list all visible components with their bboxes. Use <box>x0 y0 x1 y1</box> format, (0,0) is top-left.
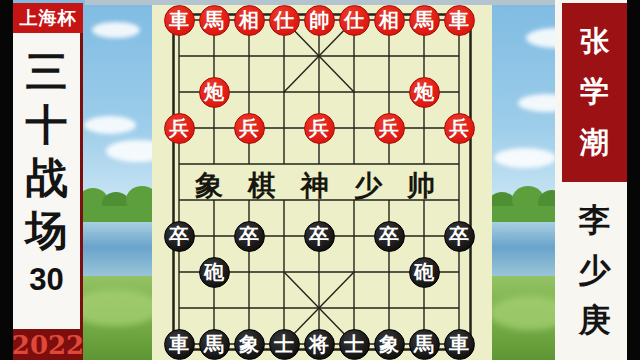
piece-red-r0c8[interactable]: 車 <box>444 5 475 36</box>
piece-black-r9c5[interactable]: 士 <box>339 329 370 360</box>
episode-number: 30 <box>29 263 63 297</box>
piece-red-r2c1[interactable]: 炮 <box>199 77 230 108</box>
left-black-strip <box>0 0 13 360</box>
right-panel: 张学潮 李少庚 <box>555 0 627 360</box>
piece-black-r9c0[interactable]: 車 <box>164 329 195 360</box>
name-char: 潮 <box>580 123 609 163</box>
piece-black-r7c1[interactable]: 砲 <box>199 257 230 288</box>
piece-black-r9c8[interactable]: 車 <box>444 329 475 360</box>
title-char: 三 <box>26 45 68 98</box>
name-char: 少 <box>579 249 611 293</box>
piece-black-r6c8[interactable]: 卒 <box>444 221 475 252</box>
cloud-shape <box>84 116 136 134</box>
piece-red-r0c3[interactable]: 仕 <box>269 5 300 36</box>
piece-black-r9c1[interactable]: 馬 <box>199 329 230 360</box>
piece-red-r0c6[interactable]: 相 <box>374 5 405 36</box>
piece-black-r9c2[interactable]: 象 <box>234 329 265 360</box>
piece-red-r0c1[interactable]: 馬 <box>199 5 230 36</box>
piece-black-r6c4[interactable]: 卒 <box>304 221 335 252</box>
piece-red-r0c7[interactable]: 馬 <box>409 5 440 36</box>
cloud-shape <box>494 148 556 168</box>
piece-red-r3c4[interactable]: 兵 <box>304 113 335 144</box>
piece-red-r0c0[interactable]: 車 <box>164 5 195 36</box>
piece-red-r2c7[interactable]: 炮 <box>409 77 440 108</box>
piece-red-r3c6[interactable]: 兵 <box>374 113 405 144</box>
name-char: 学 <box>580 72 609 112</box>
river-char: 神 <box>301 168 329 204</box>
river-char: 少 <box>354 168 382 204</box>
xiangqi-board[interactable]: 象棋神少帅 車馬相仕帥仕相馬車炮炮兵兵兵兵兵卒卒卒卒卒砲砲車馬象士将士象馬車 <box>152 5 492 360</box>
tournament-title: 三十战场 <box>26 45 68 257</box>
name-char: 张 <box>580 22 609 62</box>
title-char: 十 <box>26 98 68 151</box>
piece-black-r6c0[interactable]: 卒 <box>164 221 195 252</box>
left-panel: 上海杯 三十战场 30 2022 <box>13 0 83 360</box>
year-band: 2022 <box>13 329 83 360</box>
cloud-shape <box>92 22 140 38</box>
grass-highlight <box>70 290 160 326</box>
piece-black-r7c7[interactable]: 砲 <box>409 257 440 288</box>
piece-red-r3c8[interactable]: 兵 <box>444 113 475 144</box>
piece-red-r3c0[interactable]: 兵 <box>164 113 195 144</box>
tournament-title-panel: 三十战场 30 <box>13 33 83 329</box>
right-black-strip <box>627 0 640 360</box>
name-char: 庚 <box>579 299 611 343</box>
river-char: 帅 <box>407 168 435 204</box>
black-player-name: 李少庚 <box>562 182 627 360</box>
piece-black-r9c6[interactable]: 象 <box>374 329 405 360</box>
piece-red-r0c2[interactable]: 相 <box>234 5 265 36</box>
piece-black-r6c2[interactable]: 卒 <box>234 221 265 252</box>
piece-red-r0c5[interactable]: 仕 <box>339 5 370 36</box>
title-char: 场 <box>26 204 68 257</box>
river-char: 棋 <box>248 168 276 204</box>
piece-black-r9c4[interactable]: 将 <box>304 329 335 360</box>
piece-black-r9c3[interactable]: 士 <box>269 329 300 360</box>
river-char: 象 <box>195 168 223 204</box>
piece-black-r6c6[interactable]: 卒 <box>374 221 405 252</box>
river-watermark: 象棋神少帅 <box>195 168 435 204</box>
name-char: 李 <box>579 199 611 243</box>
piece-black-r9c7[interactable]: 馬 <box>409 329 440 360</box>
piece-red-r0c4[interactable]: 帥 <box>304 5 335 36</box>
title-char: 战 <box>26 151 68 204</box>
red-player-name: 张学潮 <box>562 3 627 182</box>
piece-red-r3c2[interactable]: 兵 <box>234 113 265 144</box>
event-band: 上海杯 <box>13 3 83 33</box>
video-thumbnail: 象棋神少帅 車馬相仕帥仕相馬車炮炮兵兵兵兵兵卒卒卒卒卒砲砲車馬象士将士象馬車 上… <box>0 0 640 360</box>
